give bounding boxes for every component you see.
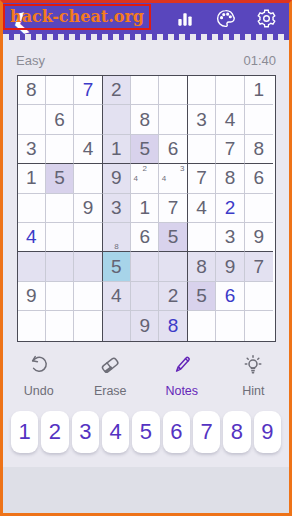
cell-r8c8[interactable]: 6 xyxy=(216,282,244,311)
cell-r8c3[interactable] xyxy=(74,282,102,311)
cell-r8c1[interactable]: 9 xyxy=(18,282,46,311)
cell-r6c3[interactable] xyxy=(74,223,102,252)
cell-r9c6[interactable]: 8 xyxy=(159,311,187,340)
bottom-filler xyxy=(3,467,289,513)
cell-r6c2[interactable] xyxy=(46,223,74,252)
cell-r4c1[interactable]: 1 xyxy=(18,164,46,193)
cell-r3c6[interactable]: 6 xyxy=(159,135,187,164)
cell-r3c2[interactable] xyxy=(46,135,74,164)
cell-r4c8[interactable]: 8 xyxy=(216,164,244,193)
cell-r3c5[interactable]: 5 xyxy=(131,135,159,164)
pencil-notes: 34 xyxy=(159,164,186,192)
cell-r8c7[interactable]: 5 xyxy=(188,282,216,311)
cell-r1c2[interactable] xyxy=(46,76,74,105)
cell-r9c3[interactable] xyxy=(74,311,102,340)
cell-r9c5[interactable]: 9 xyxy=(131,311,159,340)
hint-button[interactable]: Hint xyxy=(218,353,290,398)
sudoku-app-window: ❮ hack-cheat.org Easy xyxy=(0,0,292,516)
cell-r3c4[interactable]: 1 xyxy=(103,135,131,164)
cell-r7c4[interactable]: 5 xyxy=(103,252,131,281)
numpad-button-2[interactable]: 2 xyxy=(41,411,68,453)
undo-button[interactable]: Undo xyxy=(3,353,75,398)
notes-label: Notes xyxy=(165,384,198,398)
cell-r6c7[interactable] xyxy=(188,223,216,252)
undo-label: Undo xyxy=(24,384,54,398)
cell-r3c7[interactable] xyxy=(188,135,216,164)
numpad-button-5[interactable]: 5 xyxy=(132,411,159,453)
cell-r9c2[interactable] xyxy=(46,311,74,340)
pencil-icon xyxy=(170,353,194,381)
timer-label: 01:40 xyxy=(243,53,276,68)
erase-label: Erase xyxy=(94,384,127,398)
cell-r8c6[interactable]: 2 xyxy=(159,282,187,311)
cell-r5c7[interactable]: 4 xyxy=(188,194,216,223)
watermark: hack-cheat.org xyxy=(3,4,151,30)
cell-r1c3[interactable]: 7 xyxy=(74,76,102,105)
cell-r4c4[interactable]: 9 xyxy=(103,164,131,193)
cell-r5c2[interactable] xyxy=(46,194,74,223)
numpad-button-8[interactable]: 8 xyxy=(223,411,250,453)
cell-r4c3[interactable] xyxy=(74,164,102,193)
statistics-bar-chart-icon[interactable] xyxy=(175,9,195,29)
cell-r4c9[interactable]: 6 xyxy=(245,164,273,193)
cell-r8c2[interactable] xyxy=(46,282,74,311)
cell-r5c6[interactable]: 7 xyxy=(159,194,187,223)
toolbar: Undo Erase xyxy=(3,353,289,398)
cell-r9c8[interactable] xyxy=(216,311,244,340)
numpad-button-7[interactable]: 7 xyxy=(193,411,220,453)
cell-r4c2[interactable]: 5 xyxy=(46,164,74,193)
numpad-button-3[interactable]: 3 xyxy=(72,411,99,453)
cell-r7c8[interactable]: 9 xyxy=(216,252,244,281)
cell-r6c6[interactable]: 5 xyxy=(159,223,187,252)
cell-r6c5[interactable]: 6 xyxy=(131,223,159,252)
sudoku-board: 8721683434156781592434786931742486539589… xyxy=(17,75,276,342)
cell-r1c5[interactable] xyxy=(131,76,159,105)
cell-r2c2[interactable]: 6 xyxy=(46,105,74,134)
cell-r2c5[interactable]: 8 xyxy=(131,105,159,134)
cell-r4c5[interactable]: 24 xyxy=(131,164,159,193)
cell-r5c8[interactable]: 2 xyxy=(216,194,244,223)
cell-r5c5[interactable]: 1 xyxy=(131,194,159,223)
cell-r7c2[interactable] xyxy=(46,252,74,281)
cell-r7c3[interactable] xyxy=(74,252,102,281)
cell-r5c1[interactable] xyxy=(18,194,46,223)
cell-r6c1[interactable]: 4 xyxy=(18,223,46,252)
cell-r2c4[interactable] xyxy=(103,105,131,134)
cell-r3c1[interactable]: 3 xyxy=(18,135,46,164)
cell-r3c9[interactable]: 8 xyxy=(245,135,273,164)
cell-r3c3[interactable]: 4 xyxy=(74,135,102,164)
eraser-icon xyxy=(98,353,122,381)
pencil-notes: 24 xyxy=(131,164,158,192)
pencil-notes: 8 xyxy=(103,223,130,251)
cell-r8c5[interactable] xyxy=(131,282,159,311)
numpad-button-1[interactable]: 1 xyxy=(11,411,38,453)
undo-icon xyxy=(27,353,51,381)
cell-r2c3[interactable] xyxy=(74,105,102,134)
cell-r1c9[interactable]: 1 xyxy=(245,76,273,105)
cell-r1c8[interactable] xyxy=(216,76,244,105)
cell-r4c6[interactable]: 34 xyxy=(159,164,187,193)
cell-r7c5[interactable] xyxy=(131,252,159,281)
cell-r9c9[interactable] xyxy=(245,311,273,340)
erase-button[interactable]: Erase xyxy=(75,353,147,398)
cell-r8c4[interactable]: 4 xyxy=(103,282,131,311)
status-row: Easy 01:40 xyxy=(3,40,289,75)
cell-r9c1[interactable] xyxy=(18,311,46,340)
cell-r5c4[interactable]: 3 xyxy=(103,194,131,223)
cell-r9c7[interactable] xyxy=(188,311,216,340)
cell-r2c8[interactable]: 4 xyxy=(216,105,244,134)
cell-r4c7[interactable]: 7 xyxy=(188,164,216,193)
hint-label: Hint xyxy=(242,384,264,398)
cell-r6c4[interactable]: 8 xyxy=(103,223,131,252)
cell-r2c6[interactable] xyxy=(159,105,187,134)
numpad-button-4[interactable]: 4 xyxy=(102,411,129,453)
cell-r7c7[interactable]: 8 xyxy=(188,252,216,281)
cell-r9c4[interactable] xyxy=(103,311,131,340)
cell-r2c1[interactable] xyxy=(18,105,46,134)
cell-r1c1[interactable]: 8 xyxy=(18,76,46,105)
cell-r2c7[interactable]: 3 xyxy=(188,105,216,134)
cell-r8c9[interactable] xyxy=(245,282,273,311)
cell-r7c6[interactable] xyxy=(159,252,187,281)
numpad-button-6[interactable]: 6 xyxy=(163,411,190,453)
numpad-button-9[interactable]: 9 xyxy=(254,411,281,453)
cell-r2c9[interactable] xyxy=(245,105,273,134)
theme-palette-icon[interactable] xyxy=(215,8,236,29)
cell-r5c3[interactable]: 9 xyxy=(74,194,102,223)
cell-r3c8[interactable]: 7 xyxy=(216,135,244,164)
difficulty-label: Easy xyxy=(16,53,45,68)
cell-r6c8[interactable]: 3 xyxy=(216,223,244,252)
number-pad: 123456789 xyxy=(3,411,289,453)
cell-r6c9[interactable]: 9 xyxy=(245,223,273,252)
settings-gear-icon[interactable] xyxy=(256,8,277,29)
cell-r1c4[interactable]: 2 xyxy=(103,76,131,105)
cell-r7c9[interactable]: 7 xyxy=(245,252,273,281)
lightbulb-icon xyxy=(241,353,265,381)
notes-button[interactable]: Notes xyxy=(146,353,218,398)
cell-r5c9[interactable] xyxy=(245,194,273,223)
cell-r7c1[interactable] xyxy=(18,252,46,281)
cell-r1c6[interactable] xyxy=(159,76,187,105)
cell-r1c7[interactable] xyxy=(188,76,216,105)
